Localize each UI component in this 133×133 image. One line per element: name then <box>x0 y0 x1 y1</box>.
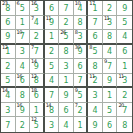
solution-digit: 3 <box>63 63 68 71</box>
solution-digit: 1 <box>63 77 68 85</box>
cell-r3c9[interactable]: 4 <box>117 30 132 45</box>
solution-digit: 7 <box>49 92 54 100</box>
cell-r8c6[interactable]: 72 <box>74 103 89 118</box>
cell-r3c8[interactable]: 8 <box>103 30 118 45</box>
cell-r6c9[interactable]: 113 <box>117 74 132 89</box>
cage-sum-label: 20 <box>118 103 123 108</box>
solution-digit: 6 <box>63 107 68 115</box>
solution-digit: 6 <box>93 33 98 41</box>
killer-sudoku-board: 2386516367104171296174119287113591072126… <box>0 0 133 133</box>
cell-r4c8[interactable]: 4 <box>103 45 118 60</box>
solution-digit: 9 <box>5 33 10 41</box>
cell-r1c7[interactable]: 171 <box>88 1 103 16</box>
cell-r8c8[interactable]: 5 <box>103 103 118 118</box>
cage-sum-label: 7 <box>75 103 78 108</box>
solution-digit: 7 <box>34 48 39 56</box>
solution-digit: 2 <box>34 33 39 41</box>
cage-sum-label: 16 <box>17 103 22 108</box>
cell-r2c2[interactable]: 1 <box>16 16 31 31</box>
solution-digit: 1 <box>107 92 112 100</box>
solution-digit: 5 <box>93 48 98 56</box>
cage-sum-label: 11 <box>118 74 123 79</box>
cell-r9c4[interactable]: 3 <box>45 117 60 132</box>
cage-sum-label: 30 <box>75 45 80 50</box>
cell-r7c6[interactable]: 95 <box>74 88 89 103</box>
cell-r6c3[interactable]: 128 <box>30 74 45 89</box>
cell-r8c3[interactable]: 1 <box>30 103 45 118</box>
cell-r5c9[interactable]: 1 <box>117 59 132 74</box>
solution-digit: 3 <box>49 122 54 130</box>
cage-sum-label: 18 <box>31 88 36 93</box>
cell-r5c3[interactable]: 149 <box>30 59 45 74</box>
solution-digit: 8 <box>122 122 127 130</box>
cell-r3c7[interactable]: 6 <box>88 30 103 45</box>
cell-r7c3[interactable]: 186 <box>30 88 45 103</box>
solution-digit: 7 <box>78 77 83 85</box>
cell-r1c8[interactable]: 2 <box>103 1 118 16</box>
cell-r1c2[interactable]: 65 <box>16 1 31 16</box>
cage-sum-label: 11 <box>104 16 109 21</box>
cell-r9c7[interactable]: 9 <box>88 117 103 132</box>
cell-r5c2[interactable]: 4 <box>16 59 31 74</box>
cage-sum-label: 12 <box>31 74 36 79</box>
solution-digit: 6 <box>78 63 83 71</box>
solution-digit: 2 <box>49 48 54 56</box>
cell-r8c2[interactable]: 169 <box>16 103 31 118</box>
cell-r5c5[interactable]: 3 <box>59 59 74 74</box>
cage-sum-label: 8 <box>75 30 78 35</box>
cell-r7c1[interactable]: 144 <box>1 88 16 103</box>
cell-r9c8[interactable]: 6 <box>103 117 118 132</box>
cell-r9c2[interactable]: 2 <box>16 117 31 132</box>
cage-sum-label: 16 <box>17 74 22 79</box>
cell-r9c1[interactable]: 7 <box>1 117 16 132</box>
cell-r3c1[interactable]: 9 <box>1 30 16 45</box>
solution-digit: 1 <box>20 19 25 27</box>
cell-r6c7[interactable]: 112 <box>88 74 103 89</box>
solution-digit: 2 <box>107 5 112 13</box>
cell-r4c6[interactable]: 309 <box>74 45 89 60</box>
cage-sum-label: 9 <box>75 88 78 93</box>
solution-digit: 6 <box>49 5 54 13</box>
solution-digit: 8 <box>107 33 112 41</box>
cell-r3c3[interactable]: 2 <box>30 30 45 45</box>
solution-digit: 6 <box>122 48 127 56</box>
solution-digit: 6 <box>107 122 112 130</box>
solution-digit: 5 <box>122 19 127 27</box>
cell-r9c3[interactable]: 125 <box>30 117 45 132</box>
cell-r4c4[interactable]: 2 <box>45 45 60 60</box>
cage-sum-label: 14 <box>31 59 36 64</box>
cell-r1c1[interactable]: 238 <box>1 1 16 16</box>
solution-digit: 2 <box>122 92 127 100</box>
cell-r5c4[interactable]: 5 <box>45 59 60 74</box>
cell-r2c9[interactable]: 5 <box>117 16 132 31</box>
solution-digit: 4 <box>93 107 98 115</box>
cell-r8c1[interactable]: 3 <box>1 103 16 118</box>
cell-r4c7[interactable]: 85 <box>88 45 103 60</box>
solution-digit: 7 <box>63 5 68 13</box>
solution-digit: 4 <box>34 19 39 27</box>
solution-digit: 5 <box>78 92 83 100</box>
cell-r1c6[interactable]: 104 <box>74 1 89 16</box>
cage-sum-label: 26 <box>60 30 65 35</box>
solution-digit: 1 <box>78 122 83 130</box>
solution-digit: 5 <box>49 63 54 71</box>
solution-digit: 5 <box>5 77 10 85</box>
solution-digit: 7 <box>5 122 10 130</box>
cell-r5c8[interactable]: 97 <box>103 59 118 74</box>
cell-r8c7[interactable]: 4 <box>88 103 103 118</box>
solution-digit: 3 <box>93 92 98 100</box>
cage-sum-label: 7 <box>31 16 34 21</box>
cell-r7c8[interactable]: 1 <box>103 88 118 103</box>
cell-r4c3[interactable]: 77 <box>30 45 45 60</box>
cell-r3c6[interactable]: 83 <box>74 30 89 45</box>
cell-r2c5[interactable]: 2 <box>59 16 74 31</box>
cell-r4c1[interactable]: 121 <box>1 45 16 60</box>
solution-digit: 6 <box>5 19 10 27</box>
cell-r2c8[interactable]: 113 <box>103 16 118 31</box>
cell-r2c4[interactable]: 119 <box>45 16 60 31</box>
solution-digit: 4 <box>107 48 112 56</box>
solution-digit: 5 <box>34 122 39 130</box>
solution-digit: 1 <box>34 107 39 115</box>
cage-sum-label: 9 <box>104 59 107 64</box>
cell-r6c6[interactable]: 7 <box>74 74 89 89</box>
cage-sum-label: 16 <box>31 1 36 6</box>
cell-r6c4[interactable]: 4 <box>45 74 60 89</box>
cage-sum-label: 14 <box>46 103 51 108</box>
cell-r3c5[interactable]: 265 <box>59 30 74 45</box>
solution-digit: 7 <box>93 19 98 27</box>
cell-r9c6[interactable]: 1 <box>74 117 89 132</box>
cell-r6c2[interactable]: 166 <box>16 74 31 89</box>
cell-r7c2[interactable]: 8 <box>16 88 31 103</box>
cell-r1c3[interactable]: 163 <box>30 1 45 16</box>
cell-r8c9[interactable]: 207 <box>117 103 132 118</box>
cage-sum-label: 12 <box>31 117 36 122</box>
solution-digit: 8 <box>63 48 68 56</box>
solution-digit: 4 <box>49 77 54 85</box>
cage-sum-label: 12 <box>2 45 7 50</box>
solution-digit: 8 <box>93 63 98 71</box>
cell-r7c5[interactable]: 9 <box>59 88 74 103</box>
cell-r9c9[interactable]: 8 <box>117 117 132 132</box>
cell-r5c6[interactable]: 6 <box>74 59 89 74</box>
cage-sum-label: 6 <box>17 1 20 6</box>
cage-sum-label: 7 <box>31 45 34 50</box>
solution-digit: 4 <box>63 122 68 130</box>
cage-sum-label: 11 <box>46 16 51 21</box>
cage-sum-label: 14 <box>2 88 7 93</box>
cell-r2c7[interactable]: 7 <box>88 16 103 31</box>
cell-r1c5[interactable]: 7 <box>59 1 74 16</box>
solution-digit: 3 <box>5 107 10 115</box>
cell-r2c3[interactable]: 74 <box>30 16 45 31</box>
solution-digit: 2 <box>5 63 10 71</box>
solution-digit: 1 <box>49 33 54 41</box>
cell-r8c4[interactable]: 148 <box>45 103 60 118</box>
cell-r7c7[interactable]: 3 <box>88 88 103 103</box>
cell-r7c9[interactable]: 2 <box>117 88 132 103</box>
cage-sum-label: 23 <box>2 1 7 6</box>
cell-r1c4[interactable]: 6 <box>45 1 60 16</box>
cell-r4c2[interactable]: 3 <box>16 45 31 60</box>
solution-digit: 4 <box>20 63 25 71</box>
solution-digit: 8 <box>78 19 83 27</box>
cell-r4c9[interactable]: 6 <box>117 45 132 60</box>
cell-r3c4[interactable]: 1 <box>45 30 60 45</box>
solution-digit: 3 <box>78 33 83 41</box>
cage-sum-label: 17 <box>89 1 94 6</box>
cell-r3c2[interactable]: 107 <box>16 30 31 45</box>
solution-digit: 2 <box>78 107 83 115</box>
solution-digit: 9 <box>63 92 68 100</box>
cell-r8c5[interactable]: 6 <box>59 103 74 118</box>
solution-digit: 5 <box>107 107 112 115</box>
solution-digit: 5 <box>20 5 25 13</box>
solution-digit: 3 <box>20 48 25 56</box>
solution-digit: 2 <box>20 122 25 130</box>
solution-digit: 2 <box>63 19 68 27</box>
solution-digit: 8 <box>20 92 25 100</box>
cage-sum-label: 11 <box>89 74 94 79</box>
cell-r5c7[interactable]: 8 <box>88 59 103 74</box>
solution-digit: 9 <box>93 122 98 130</box>
solution-digit: 9 <box>107 77 112 85</box>
solution-digit: 4 <box>122 33 127 41</box>
cage-sum-label: 10 <box>75 1 80 6</box>
cage-sum-label: 8 <box>89 45 92 50</box>
cell-r1c9[interactable]: 9 <box>117 1 132 16</box>
solution-digit: 9 <box>122 5 127 13</box>
solution-digit: 7 <box>107 63 112 71</box>
cell-r9c5[interactable]: 4 <box>59 117 74 132</box>
cage-sum-label: 10 <box>17 30 22 35</box>
cell-r6c1[interactable]: 5 <box>1 74 16 89</box>
cell-r2c1[interactable]: 6 <box>1 16 16 31</box>
solution-digit: 1 <box>122 63 127 71</box>
cell-r6c8[interactable]: 9 <box>103 74 118 89</box>
cell-r6c5[interactable]: 1 <box>59 74 74 89</box>
cell-r5c1[interactable]: 2 <box>1 59 16 74</box>
cell-r7c4[interactable]: 7 <box>45 88 60 103</box>
cell-r4c5[interactable]: 8 <box>59 45 74 60</box>
cell-r2c6[interactable]: 8 <box>74 16 89 31</box>
